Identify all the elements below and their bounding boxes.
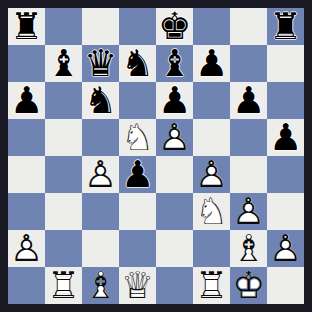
piece-black-pawn[interactable]: ♟ [193,45,230,82]
piece-black-pawn[interactable]: ♟ [8,82,45,119]
piece-white-knight-outline-layer: ♘ [193,193,230,230]
square-e5[interactable]: ♟♙ [156,119,193,156]
piece-white-bishop-outline-layer: ♗ [82,267,119,304]
square-b3[interactable] [45,193,82,230]
square-e4[interactable] [156,156,193,193]
piece-white-pawn[interactable]: ♟♙ [156,119,193,156]
piece-white-bishop-outline-layer: ♗ [230,230,267,267]
square-e7[interactable]: ♝ [156,45,193,82]
chess-board: ♜♚♜♝♛♞♝♟♟♞♟♟♞♘♟♙♟♟♙♟♟♙♞♘♟♙♟♙♝♗♟♙♜♖♝♗♛♕♜♖… [8,8,304,304]
piece-black-queen[interactable]: ♛ [82,45,119,82]
square-d1[interactable]: ♛♕ [119,267,156,304]
square-d7[interactable]: ♞ [119,45,156,82]
square-a3[interactable] [8,193,45,230]
square-h2[interactable]: ♟♙ [267,230,304,267]
square-c7[interactable]: ♛ [82,45,119,82]
square-b5[interactable] [45,119,82,156]
square-h6[interactable] [267,82,304,119]
square-a5[interactable] [8,119,45,156]
square-g3[interactable]: ♟♙ [230,193,267,230]
piece-white-queen[interactable]: ♛♕ [119,267,156,304]
piece-white-bishop[interactable]: ♝♗ [82,267,119,304]
piece-white-knight[interactable]: ♞♘ [119,119,156,156]
square-c8[interactable] [82,8,119,45]
square-f7[interactable]: ♟ [193,45,230,82]
square-a4[interactable] [8,156,45,193]
square-g6[interactable]: ♟ [230,82,267,119]
piece-white-pawn-outline-layer: ♙ [156,119,193,156]
square-d4[interactable]: ♟ [119,156,156,193]
piece-white-pawn-outline-layer: ♙ [8,230,45,267]
square-h3[interactable] [267,193,304,230]
square-h5[interactable]: ♟ [267,119,304,156]
square-d2[interactable] [119,230,156,267]
square-f4[interactable]: ♟♙ [193,156,230,193]
square-f5[interactable] [193,119,230,156]
square-e2[interactable] [156,230,193,267]
square-g7[interactable] [230,45,267,82]
square-f1[interactable]: ♜♖ [193,267,230,304]
square-b2[interactable] [45,230,82,267]
square-f3[interactable]: ♞♘ [193,193,230,230]
square-e8[interactable]: ♚ [156,8,193,45]
square-d8[interactable] [119,8,156,45]
square-b8[interactable] [45,8,82,45]
square-h4[interactable] [267,156,304,193]
piece-black-bishop[interactable]: ♝ [45,45,82,82]
square-b7[interactable]: ♝ [45,45,82,82]
piece-white-knight[interactable]: ♞♘ [193,193,230,230]
square-f8[interactable] [193,8,230,45]
piece-white-pawn[interactable]: ♟♙ [193,156,230,193]
piece-white-pawn-outline-layer: ♙ [193,156,230,193]
square-a8[interactable]: ♜ [8,8,45,45]
piece-black-pawn[interactable]: ♟ [156,82,193,119]
square-h8[interactable]: ♜ [267,8,304,45]
square-a7[interactable] [8,45,45,82]
piece-white-rook-outline-layer: ♖ [193,267,230,304]
square-c1[interactable]: ♝♗ [82,267,119,304]
piece-white-rook[interactable]: ♜♖ [45,267,82,304]
square-f2[interactable] [193,230,230,267]
square-c4[interactable]: ♟♙ [82,156,119,193]
square-f6[interactable] [193,82,230,119]
square-e1[interactable] [156,267,193,304]
piece-white-rook-outline-layer: ♖ [45,267,82,304]
piece-black-pawn[interactable]: ♟ [119,156,156,193]
square-b6[interactable] [45,82,82,119]
square-d5[interactable]: ♞♘ [119,119,156,156]
square-b4[interactable] [45,156,82,193]
piece-black-pawn[interactable]: ♟ [230,82,267,119]
piece-white-pawn-outline-layer: ♙ [267,230,304,267]
square-c3[interactable] [82,193,119,230]
square-d6[interactable] [119,82,156,119]
square-a2[interactable]: ♟♙ [8,230,45,267]
piece-white-pawn[interactable]: ♟♙ [230,193,267,230]
square-c2[interactable] [82,230,119,267]
piece-white-pawn-outline-layer: ♙ [82,156,119,193]
piece-white-queen-outline-layer: ♕ [119,267,156,304]
piece-black-rook[interactable]: ♜ [8,8,45,45]
square-d3[interactable] [119,193,156,230]
square-g8[interactable] [230,8,267,45]
square-g1[interactable]: ♚♔ [230,267,267,304]
square-b1[interactable]: ♜♖ [45,267,82,304]
square-a6[interactable]: ♟ [8,82,45,119]
piece-white-pawn-outline-layer: ♙ [230,193,267,230]
piece-white-pawn[interactable]: ♟♙ [8,230,45,267]
square-e6[interactable]: ♟ [156,82,193,119]
piece-black-rook[interactable]: ♜ [267,8,304,45]
square-h7[interactable] [267,45,304,82]
square-g4[interactable] [230,156,267,193]
piece-white-knight-outline-layer: ♘ [119,119,156,156]
piece-white-pawn[interactable]: ♟♙ [267,230,304,267]
square-a1[interactable] [8,267,45,304]
piece-black-bishop[interactable]: ♝ [156,45,193,82]
piece-white-king-outline-layer: ♔ [230,267,267,304]
square-c5[interactable] [82,119,119,156]
piece-black-knight[interactable]: ♞ [119,45,156,82]
square-g2[interactable]: ♝♗ [230,230,267,267]
board-frame: ♜♚♜♝♛♞♝♟♟♞♟♟♞♘♟♙♟♟♙♟♟♙♞♘♟♙♟♙♝♗♟♙♜♖♝♗♛♕♜♖… [0,0,312,312]
piece-white-rook[interactable]: ♜♖ [193,267,230,304]
square-h1[interactable] [267,267,304,304]
square-c6[interactable]: ♞ [82,82,119,119]
piece-black-king[interactable]: ♚ [156,8,193,45]
square-g5[interactable] [230,119,267,156]
piece-white-bishop[interactable]: ♝♗ [230,230,267,267]
piece-white-king[interactable]: ♚♔ [230,267,267,304]
piece-black-knight[interactable]: ♞ [82,82,119,119]
piece-black-pawn[interactable]: ♟ [267,119,304,156]
piece-white-pawn[interactable]: ♟♙ [82,156,119,193]
square-e3[interactable] [156,193,193,230]
